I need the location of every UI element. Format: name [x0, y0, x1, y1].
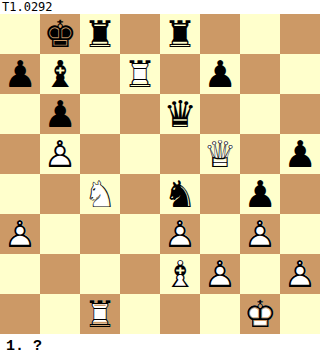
square-c1[interactable]: ♜♖ [80, 294, 120, 334]
white-queen-f5[interactable]: ♛♕ [200, 134, 240, 174]
black-pawn-a7[interactable]: ♟ [0, 54, 40, 94]
square-d5[interactable] [120, 134, 160, 174]
square-h7[interactable] [280, 54, 320, 94]
square-h1[interactable] [280, 294, 320, 334]
white-pawn-g3[interactable]: ♟♙ [240, 214, 280, 254]
square-c5[interactable] [80, 134, 120, 174]
black-rook-c8[interactable]: ♜ [80, 14, 120, 54]
square-a3[interactable]: ♟♙ [0, 214, 40, 254]
square-a5[interactable] [0, 134, 40, 174]
square-c6[interactable] [80, 94, 120, 134]
square-d3[interactable] [120, 214, 160, 254]
square-d7[interactable]: ♜♖ [120, 54, 160, 94]
black-knight-glyph: ♞ [160, 174, 200, 214]
white-pawn-b5[interactable]: ♟♙ [40, 134, 80, 174]
white-pawn-outline: ♙ [40, 134, 80, 174]
black-queen-glyph: ♛ [160, 94, 200, 134]
square-a7[interactable]: ♟ [0, 54, 40, 94]
square-g1[interactable]: ♚♔ [240, 294, 280, 334]
square-b3[interactable] [40, 214, 80, 254]
square-e3[interactable]: ♟♙ [160, 214, 200, 254]
square-d8[interactable] [120, 14, 160, 54]
white-king-outline: ♔ [240, 294, 280, 334]
square-g2[interactable] [240, 254, 280, 294]
white-pawn-e3[interactable]: ♟♙ [160, 214, 200, 254]
square-f5[interactable]: ♛♕ [200, 134, 240, 174]
square-b8[interactable]: ♚ [40, 14, 80, 54]
square-h6[interactable] [280, 94, 320, 134]
black-rook-e8[interactable]: ♜ [160, 14, 200, 54]
white-pawn-outline: ♙ [200, 254, 240, 294]
black-queen-e6[interactable]: ♛ [160, 94, 200, 134]
square-f1[interactable] [200, 294, 240, 334]
white-pawn-a3[interactable]: ♟♙ [0, 214, 40, 254]
black-king-glyph: ♚ [40, 14, 80, 54]
black-pawn-glyph: ♟ [40, 94, 80, 134]
square-f8[interactable] [200, 14, 240, 54]
black-rook-glyph: ♜ [160, 14, 200, 54]
square-b4[interactable] [40, 174, 80, 214]
black-pawn-glyph: ♟ [200, 54, 240, 94]
black-pawn-glyph: ♟ [0, 54, 40, 94]
white-pawn-f2[interactable]: ♟♙ [200, 254, 240, 294]
square-g4[interactable]: ♟ [240, 174, 280, 214]
engine-eval-label: T1.0292 [0, 0, 320, 14]
black-bishop-glyph: ♝ [40, 54, 80, 94]
square-h8[interactable] [280, 14, 320, 54]
white-rook-c1[interactable]: ♜♖ [80, 294, 120, 334]
square-h4[interactable] [280, 174, 320, 214]
square-b6[interactable]: ♟ [40, 94, 80, 134]
black-rook-glyph: ♜ [80, 14, 120, 54]
square-f6[interactable] [200, 94, 240, 134]
square-d4[interactable] [120, 174, 160, 214]
black-knight-e4[interactable]: ♞ [160, 174, 200, 214]
square-f4[interactable] [200, 174, 240, 214]
square-c3[interactable] [80, 214, 120, 254]
square-e1[interactable] [160, 294, 200, 334]
black-king-b8[interactable]: ♚ [40, 14, 80, 54]
square-b2[interactable] [40, 254, 80, 294]
square-b5[interactable]: ♟♙ [40, 134, 80, 174]
square-h2[interactable]: ♟♙ [280, 254, 320, 294]
square-e4[interactable]: ♞ [160, 174, 200, 214]
black-pawn-h5[interactable]: ♟ [280, 134, 320, 174]
square-g6[interactable] [240, 94, 280, 134]
white-pawn-outline: ♙ [160, 214, 200, 254]
square-e5[interactable] [160, 134, 200, 174]
square-c8[interactable]: ♜ [80, 14, 120, 54]
square-a4[interactable] [0, 174, 40, 214]
white-knight-outline: ♘ [80, 174, 120, 214]
square-g3[interactable]: ♟♙ [240, 214, 280, 254]
square-e6[interactable]: ♛ [160, 94, 200, 134]
black-pawn-g4[interactable]: ♟ [240, 174, 280, 214]
square-g7[interactable] [240, 54, 280, 94]
white-rook-d7[interactable]: ♜♖ [120, 54, 160, 94]
square-g8[interactable] [240, 14, 280, 54]
square-a6[interactable] [0, 94, 40, 134]
square-d1[interactable] [120, 294, 160, 334]
square-g5[interactable] [240, 134, 280, 174]
square-e2[interactable]: ♝♗ [160, 254, 200, 294]
white-king-g1[interactable]: ♚♔ [240, 294, 280, 334]
white-bishop-e2[interactable]: ♝♗ [160, 254, 200, 294]
white-rook-outline: ♖ [80, 294, 120, 334]
white-knight-c4[interactable]: ♞♘ [80, 174, 120, 214]
move-prompt: 1. ? [0, 334, 320, 360]
square-f2[interactable]: ♟♙ [200, 254, 240, 294]
black-pawn-glyph: ♟ [240, 174, 280, 214]
square-d6[interactable] [120, 94, 160, 134]
black-pawn-glyph: ♟ [280, 134, 320, 174]
square-f3[interactable] [200, 214, 240, 254]
white-pawn-outline: ♙ [240, 214, 280, 254]
chess-app-window: T1.0292 ♚♜♜♟♝♜♖♟♟♛♟♙♛♕♟♞♘♞♟♟♙♟♙♟♙♝♗♟♙♟♙♜… [0, 0, 320, 360]
square-c7[interactable] [80, 54, 120, 94]
white-pawn-outline: ♙ [0, 214, 40, 254]
chess-board: ♚♜♜♟♝♜♖♟♟♛♟♙♛♕♟♞♘♞♟♟♙♟♙♟♙♝♗♟♙♟♙♜♖♚♔ [0, 14, 320, 334]
square-b1[interactable] [40, 294, 80, 334]
square-c2[interactable] [80, 254, 120, 294]
square-c4[interactable]: ♞♘ [80, 174, 120, 214]
square-e7[interactable] [160, 54, 200, 94]
square-h3[interactable] [280, 214, 320, 254]
white-pawn-h2[interactable]: ♟♙ [280, 254, 320, 294]
square-a1[interactable] [0, 294, 40, 334]
white-pawn-outline: ♙ [280, 254, 320, 294]
black-bishop-b7[interactable]: ♝ [40, 54, 80, 94]
square-f7[interactable]: ♟ [200, 54, 240, 94]
black-pawn-b6[interactable]: ♟ [40, 94, 80, 134]
white-queen-outline: ♕ [200, 134, 240, 174]
square-a2[interactable] [0, 254, 40, 294]
white-rook-outline: ♖ [120, 54, 160, 94]
square-a8[interactable] [0, 14, 40, 54]
square-h5[interactable]: ♟ [280, 134, 320, 174]
square-d2[interactable] [120, 254, 160, 294]
square-b7[interactable]: ♝ [40, 54, 80, 94]
white-bishop-outline: ♗ [160, 254, 200, 294]
black-pawn-f7[interactable]: ♟ [200, 54, 240, 94]
square-e8[interactable]: ♜ [160, 14, 200, 54]
